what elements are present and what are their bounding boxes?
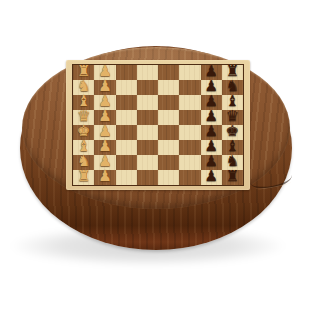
chess-board: ♜♟♟♜♞♟♟♞♝♟♟♝♛♟♟♛♚♟♟♚♝♟♟♝♞♟♟♞♜♟♟♜ [73,65,243,185]
black-rook[interactable]: ♜ [226,169,239,184]
square-f4[interactable] [137,140,158,155]
square-c5[interactable] [158,95,179,110]
white-rook[interactable]: ♜ [77,169,90,184]
square-h1[interactable]: ♜ [73,170,94,185]
square-g3[interactable] [116,155,137,170]
square-b3[interactable] [116,80,137,95]
square-f6[interactable] [179,140,200,155]
square-b5[interactable] [158,80,179,95]
square-h3[interactable] [116,170,137,185]
square-h6[interactable] [179,170,200,185]
square-e4[interactable] [137,125,158,140]
square-h4[interactable] [137,170,158,185]
square-d3[interactable] [116,110,137,125]
square-h2[interactable]: ♟ [94,170,115,185]
square-h8[interactable]: ♜ [222,170,243,185]
square-a4[interactable] [137,65,158,80]
square-c6[interactable] [179,95,200,110]
square-g4[interactable] [137,155,158,170]
square-d6[interactable] [179,110,200,125]
square-e6[interactable] [179,125,200,140]
square-e5[interactable] [158,125,179,140]
square-c4[interactable] [137,95,158,110]
square-c3[interactable] [116,95,137,110]
square-h7[interactable]: ♟ [201,170,222,185]
square-f5[interactable] [158,140,179,155]
square-g6[interactable] [179,155,200,170]
black-pawn[interactable]: ♟ [204,169,217,184]
square-b4[interactable] [137,80,158,95]
square-a5[interactable] [158,65,179,80]
product-photo: ♜♟♟♜♞♟♟♞♝♟♟♝♛♟♟♛♚♟♟♚♝♟♟♝♞♟♟♞♜♟♟♜ [0,0,310,310]
square-g5[interactable] [158,155,179,170]
square-d4[interactable] [137,110,158,125]
square-b6[interactable] [179,80,200,95]
white-pawn[interactable]: ♟ [98,169,111,184]
square-h5[interactable] [158,170,179,185]
square-f3[interactable] [116,140,137,155]
square-d5[interactable] [158,110,179,125]
square-a3[interactable] [116,65,137,80]
square-e3[interactable] [116,125,137,140]
board-frame: ♜♟♟♜♞♟♟♞♝♟♟♝♛♟♟♛♚♟♟♚♝♟♟♝♞♟♟♞♜♟♟♜ [66,60,250,190]
square-a6[interactable] [179,65,200,80]
